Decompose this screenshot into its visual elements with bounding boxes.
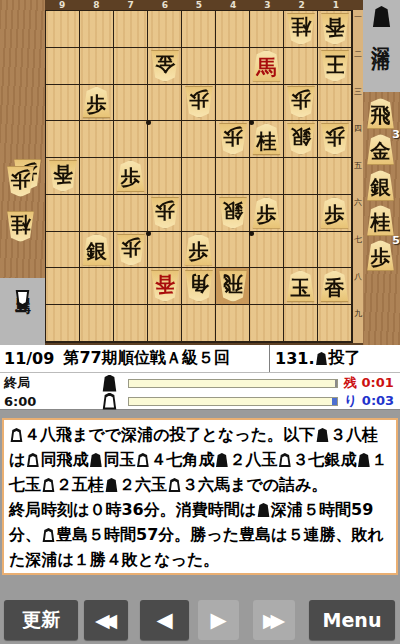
board-cell[interactable]: 桂 [250, 121, 284, 158]
piece-glyph: 歩 [189, 241, 209, 261]
board-cell[interactable] [148, 121, 182, 158]
piece-glyph: 歩 [121, 167, 141, 187]
clock-icon-slot [102, 393, 128, 410]
time-remaining: り 0:03 [344, 392, 400, 410]
sente-name-box: 深浦 [363, 0, 400, 92]
board-cell[interactable]: 歩 [114, 232, 148, 269]
board-cell[interactable]: 角 [182, 268, 216, 305]
board-cell[interactable] [182, 158, 216, 195]
gote-piece-icon [15, 290, 30, 307]
board-cell[interactable]: 銀 [216, 195, 250, 232]
piece-glyph: 桂 [11, 215, 31, 235]
hand-piece-gote-桂[interactable]: 桂 [6, 211, 35, 242]
gote-side-column: 歩歩桂 豊島 [0, 0, 45, 345]
rank-label: 九 [353, 306, 363, 343]
board-cell[interactable]: 歩 [318, 121, 352, 158]
board-column: 987654321 桂香金馬王歩歩歩歩桂銀歩香歩歩銀歩歩銀歩歩香角飛玉香 一二三… [45, 0, 363, 345]
shogi-piece-gote-王[interactable]: 王 [320, 50, 350, 82]
time-bar [128, 379, 338, 388]
clock-icon-slot [102, 375, 128, 392]
board-cell[interactable] [46, 232, 80, 269]
board-cell[interactable] [148, 305, 182, 342]
shogi-piece-gote-歩[interactable]: 歩 [184, 86, 214, 118]
game-date: 11/09 [4, 349, 54, 368]
board-cell[interactable] [318, 232, 352, 269]
board-cell[interactable] [114, 85, 148, 122]
board-cell[interactable]: 歩 [284, 85, 318, 122]
piece-glyph: 歩 [11, 170, 31, 190]
file-label: 1 [319, 0, 353, 10]
board-cell[interactable] [114, 121, 148, 158]
file-label: 2 [285, 0, 319, 10]
rank-label: 五 [353, 158, 363, 195]
menu-label: Menu [323, 609, 382, 631]
board-cell[interactable]: 歩 [182, 232, 216, 269]
board-cell[interactable] [148, 158, 182, 195]
board-cell[interactable] [250, 305, 284, 342]
sente-piece-icon [105, 478, 118, 492]
shogi-piece-gote-歩[interactable]: 歩 [320, 123, 350, 155]
board-cell[interactable] [182, 11, 216, 48]
shogi-piece-sente-歩[interactable]: 歩 [184, 234, 214, 266]
sente-piece-icon [372, 6, 391, 27]
shogi-piece-sente-歩[interactable]: 歩 [320, 197, 350, 229]
shogi-piece-gote-飛[interactable]: 飛 [218, 270, 248, 302]
time-bar-remaining [335, 380, 337, 387]
board-cell[interactable]: 銀 [80, 232, 114, 269]
shogi-piece-sente-馬[interactable]: 馬 [252, 50, 282, 82]
board-cell[interactable] [250, 268, 284, 305]
shogi-piece-gote-歩[interactable]: 歩 [150, 197, 180, 229]
board-cell[interactable] [318, 305, 352, 342]
sente-piece-icon [89, 453, 102, 467]
board-cell[interactable] [284, 158, 318, 195]
gote-piece-icon [10, 428, 23, 442]
piece-glyph: 歩 [371, 247, 391, 267]
board-cell[interactable]: 歩 [114, 158, 148, 195]
shogi-piece-sente-玉[interactable]: 玉 [286, 270, 316, 302]
board-cell[interactable]: 王 [318, 48, 352, 85]
piece-glyph: 歩 [325, 204, 345, 224]
board-cell[interactable] [318, 158, 352, 195]
menu-button[interactable]: Menu [309, 600, 395, 640]
move-info: 131. 投了 [270, 348, 360, 369]
board-cell[interactable]: 香 [46, 158, 80, 195]
piece-glyph: 桂 [371, 212, 391, 232]
piece-glyph: 金 [371, 141, 391, 161]
commentary-panel[interactable]: ４八飛までで深浦の投了となった。以下３八桂は同飛成同玉４七角成２八玉３七銀成１七… [2, 418, 398, 575]
piece-glyph: 香 [155, 275, 175, 295]
commentary-paragraph: ４八飛までで深浦の投了となった。以下３八桂は同飛成同玉４七角成２八玉３七銀成１七… [9, 422, 391, 497]
piece-glyph: 香 [325, 278, 345, 298]
hand-count: 5 [392, 234, 400, 247]
board-cell[interactable] [46, 85, 80, 122]
hand-count: 3 [392, 128, 400, 141]
board-cell[interactable] [182, 121, 216, 158]
sente-piece-icon [357, 453, 370, 467]
board-cell[interactable] [216, 85, 250, 122]
shogi-piece-gote-歩[interactable]: 歩 [116, 234, 146, 266]
gote-name-box: 豊島 [0, 278, 45, 345]
sente-side-column: 深浦 飛金3銀桂歩5 [363, 0, 400, 345]
board-cell[interactable] [80, 195, 114, 232]
piece-glyph: 銀 [371, 177, 391, 197]
board-cell[interactable] [216, 11, 250, 48]
board-cell[interactable] [80, 158, 114, 195]
rank-label: 八 [353, 269, 363, 306]
rank-label: 三 [353, 84, 363, 121]
gote-piece-icon [26, 453, 39, 467]
rank-labels: 一二三四五六七八九 [353, 10, 363, 343]
file-label: 3 [250, 0, 284, 10]
shogi-piece-sente-銀[interactable]: 銀 [82, 234, 112, 266]
clock-area: 終局残 0:016:00り 0:03 [0, 372, 400, 410]
board-cell[interactable] [250, 232, 284, 269]
gote-hand-tray[interactable]: 歩歩桂 [0, 0, 45, 278]
star-dot [249, 231, 254, 236]
last-move-button[interactable]: ▶▶ [253, 600, 295, 640]
file-label: 7 [113, 0, 147, 10]
shogi-piece-gote-角[interactable]: 角 [184, 270, 214, 302]
hand-piece-gote-歩[interactable]: 歩 [6, 166, 35, 197]
board-cell[interactable] [114, 268, 148, 305]
piece-glyph: 角 [189, 275, 209, 295]
board-frame: 桂香金馬王歩歩歩歩桂銀歩香歩歩銀歩歩銀歩歩香角飛玉香 一二三四五六七八九 [45, 10, 363, 343]
board-cell[interactable] [216, 305, 250, 342]
shogi-piece-sente-歩[interactable]: 歩 [116, 160, 146, 192]
rank-label: 一 [353, 10, 363, 47]
shogi-piece-gote-銀[interactable]: 銀 [218, 197, 248, 229]
board-cell[interactable] [80, 11, 114, 48]
board-cell[interactable] [46, 305, 80, 342]
board-cell[interactable] [46, 121, 80, 158]
hand-piece-sente-歩[interactable]: 歩 [366, 240, 395, 271]
board-cell[interactable] [80, 305, 114, 342]
piece-glyph: 飛 [371, 105, 391, 125]
hand-piece-sente-桂[interactable]: 桂 [366, 205, 395, 236]
board-cell[interactable]: 飛 [216, 268, 250, 305]
shogi-kifu-app: 歩歩桂 豊島 987654321 桂香金馬王歩歩歩歩桂銀歩香歩歩銀歩歩銀歩歩香角… [0, 0, 400, 644]
board-cell[interactable] [46, 268, 80, 305]
board-cell[interactable] [80, 268, 114, 305]
board-cell[interactable]: 香 [318, 268, 352, 305]
board-cell[interactable]: 金 [148, 48, 182, 85]
file-label: 8 [79, 0, 113, 10]
board-cell[interactable] [250, 158, 284, 195]
board-cell[interactable]: 歩 [182, 85, 216, 122]
board-cell[interactable] [216, 232, 250, 269]
piece-glyph: 歩 [223, 128, 243, 148]
gote-piece-icon [278, 453, 291, 467]
board-cell[interactable] [284, 305, 318, 342]
board-cell[interactable] [250, 11, 284, 48]
piece-glyph: 桂 [291, 17, 311, 37]
board-cell[interactable]: 歩 [148, 195, 182, 232]
last-move-label: ▶▶ [263, 611, 285, 630]
next-move-button[interactable]: ▶ [198, 600, 239, 640]
board-cell[interactable]: 歩 [318, 195, 352, 232]
piece-glyph: 馬 [257, 57, 277, 77]
board-cell[interactable] [80, 121, 114, 158]
gote-piece-icon [42, 478, 55, 492]
first-move-label: ◀◀ [95, 611, 117, 630]
hand-piece-sente-金[interactable]: 金 [366, 134, 395, 165]
shogi-piece-gote-歩[interactable]: 歩 [286, 86, 316, 118]
rank-label: 七 [353, 232, 363, 269]
rank-label: 四 [353, 121, 363, 158]
shogi-piece-gote-桂[interactable]: 桂 [286, 13, 316, 45]
board-cell[interactable] [182, 305, 216, 342]
piece-glyph: 金 [155, 54, 175, 74]
event-title: 第77期順位戦Ａ級５回 [63, 348, 229, 369]
piece-glyph: 歩 [155, 201, 175, 221]
board-cell[interactable] [216, 48, 250, 85]
piece-glyph: 飛 [223, 275, 243, 295]
board-grid[interactable]: 桂香金馬王歩歩歩歩桂銀歩香歩歩銀歩歩銀歩歩香角飛玉香 [45, 10, 353, 343]
sente-move-icon [315, 352, 327, 365]
clock-label: 6:00 [0, 394, 102, 409]
board-cell[interactable]: 香 [148, 268, 182, 305]
next-move-label: ▶ [210, 610, 226, 631]
piece-glyph: 歩 [121, 238, 141, 258]
prev-move-button[interactable]: ◀ [140, 600, 189, 640]
board-cell[interactable]: 歩 [80, 85, 114, 122]
gote-piece-icon [42, 528, 55, 542]
shogi-piece-gote-銀[interactable]: 銀 [286, 123, 316, 155]
board-cell[interactable] [80, 48, 114, 85]
file-label: 4 [216, 0, 250, 10]
hand-piece-sente-銀[interactable]: 銀 [366, 170, 395, 201]
piece-glyph: 歩 [291, 91, 311, 111]
piece-glyph: 玉 [291, 278, 311, 298]
gote-piece-icon [102, 393, 117, 410]
board-cell[interactable] [46, 195, 80, 232]
piece-glyph: 歩 [87, 94, 107, 114]
shogi-piece-sente-歩[interactable]: 歩 [82, 86, 112, 118]
player-name-gote: 豊島 [12, 283, 33, 287]
commentary-paragraph: 終局時刻は０時36分。消費時間は深浦５時間59分、豊島５時間57分。勝った豊島は… [9, 497, 391, 572]
piece-glyph: 香 [325, 17, 345, 37]
board-cell[interactable]: 桂 [284, 11, 318, 48]
gote-piece-icon [136, 453, 149, 467]
sente-hand-tray[interactable]: 飛金3銀桂歩5 [363, 92, 400, 345]
board-cell[interactable] [318, 85, 352, 122]
file-label: 9 [45, 0, 79, 10]
piece-glyph: 歩 [325, 128, 345, 148]
game-info: 11/09 第77期順位戦Ａ級５回 [0, 345, 270, 372]
board-cell[interactable] [284, 48, 318, 85]
board-cell[interactable]: 玉 [284, 268, 318, 305]
time-bar [128, 397, 338, 406]
piece-glyph: 王 [325, 54, 345, 74]
board-cell[interactable] [216, 158, 250, 195]
clock-label: 終局 [0, 374, 102, 392]
board-cell[interactable] [284, 195, 318, 232]
board-cell[interactable] [114, 305, 148, 342]
board-cell[interactable]: 馬 [250, 48, 284, 85]
shogi-piece-sente-桂[interactable]: 桂 [252, 123, 282, 155]
piece-glyph: 歩 [189, 91, 209, 111]
piece-glyph: 銀 [87, 241, 107, 261]
clock-row: 終局残 0:01 [0, 374, 400, 392]
bottom-zone: ４八飛までで深浦の投了となった。以下３八桂は同飛成同玉４七角成２八玉３七銀成１七… [0, 410, 400, 644]
update-label: 更新 [22, 607, 60, 633]
board-cell[interactable] [148, 11, 182, 48]
board-cell[interactable] [148, 85, 182, 122]
board-cell[interactable] [148, 232, 182, 269]
board-cell[interactable] [182, 48, 216, 85]
board-cell[interactable]: 香 [318, 11, 352, 48]
shogi-piece-gote-金[interactable]: 金 [150, 50, 180, 82]
board-cell[interactable] [250, 85, 284, 122]
prev-move-label: ◀ [156, 610, 172, 631]
board-cell[interactable] [114, 195, 148, 232]
move-text: 投了 [328, 348, 360, 369]
shogi-piece-gote-香[interactable]: 香 [320, 13, 350, 45]
star-dot [249, 120, 254, 125]
board-cell[interactable] [284, 232, 318, 269]
board-cell[interactable] [46, 11, 80, 48]
shogi-piece-gote-香[interactable]: 香 [48, 160, 78, 192]
rank-label: 六 [353, 195, 363, 232]
star-dot [146, 120, 151, 125]
board-cell[interactable]: 歩 [250, 195, 284, 232]
first-move-button[interactable]: ◀◀ [84, 600, 128, 640]
star-dot [146, 231, 151, 236]
shogi-piece-gote-香[interactable]: 香 [150, 270, 180, 302]
sente-piece-icon [102, 375, 117, 392]
toolbar: 更新◀◀◀▶▶▶Menu [0, 600, 400, 640]
board-cell[interactable] [114, 11, 148, 48]
file-label: 6 [148, 0, 182, 10]
clock-row: 6:00り 0:03 [0, 392, 400, 410]
file-label: 5 [182, 0, 216, 10]
header-bar: 11/09 第77期順位戦Ａ級５回 131. 投了 [0, 345, 400, 372]
update-button[interactable]: 更新 [4, 600, 78, 640]
piece-glyph: 歩 [257, 204, 277, 224]
board-cell[interactable] [182, 195, 216, 232]
hand-piece-sente-飛[interactable]: 飛 [366, 98, 395, 129]
move-number: 131. [275, 349, 314, 368]
board-area: 歩歩桂 豊島 987654321 桂香金馬王歩歩歩歩桂銀歩香歩歩銀歩歩銀歩歩香角… [0, 0, 400, 345]
piece-glyph: 銀 [223, 201, 243, 221]
piece-glyph: 桂 [257, 131, 277, 151]
shogi-piece-sente-歩[interactable]: 歩 [252, 197, 282, 229]
gote-piece-icon [168, 478, 181, 492]
sente-piece-icon [215, 453, 228, 467]
sente-piece-icon [316, 428, 329, 442]
board-cell[interactable] [46, 48, 80, 85]
time-remaining: 残 0:01 [344, 374, 400, 392]
piece-glyph: 香 [53, 164, 73, 184]
shogi-piece-sente-香[interactable]: 香 [320, 270, 350, 302]
board-cell[interactable] [114, 48, 148, 85]
player-name-sente: 深浦 [369, 31, 395, 39]
board-cell[interactable]: 銀 [284, 121, 318, 158]
piece-glyph: 銀 [291, 128, 311, 148]
shogi-piece-gote-歩[interactable]: 歩 [218, 123, 248, 155]
rank-label: 二 [353, 47, 363, 84]
time-bar-remaining [332, 398, 337, 405]
sente-piece-icon [257, 503, 270, 517]
board-cell[interactable]: 歩 [216, 121, 250, 158]
file-labels: 987654321 [45, 0, 353, 10]
